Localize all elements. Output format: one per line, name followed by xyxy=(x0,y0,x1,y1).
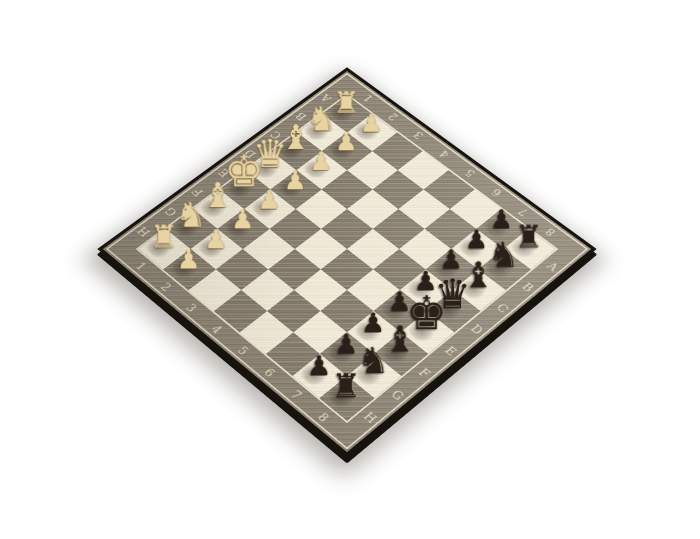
board-3d-tilt: 12345678 12345678 ABCDEFGH ABCDEFGH ♜♟♟♜… xyxy=(97,67,596,457)
black-knight-icon: ♞ xyxy=(357,343,390,379)
product-photo-background: 12345678 12345678 ABCDEFGH ABCDEFGH ♜♟♟♜… xyxy=(0,0,700,539)
square-h8[interactable]: ♜ xyxy=(320,376,375,421)
black-pawn-icon: ♟ xyxy=(334,330,358,357)
chess-board: 12345678 12345678 ABCDEFGH ABCDEFGH ♜♟♟♜… xyxy=(97,67,596,457)
chess-board-squares: ♜♟♟♜♞♟♟♞♝♟♟♝♛♟♟♛♚♟♟♚♝♟♟♝♞♟♟♞♜♟♟♜ xyxy=(138,96,555,421)
black-pawn-icon: ♟ xyxy=(361,309,385,336)
white-rook-icon: ♜ xyxy=(150,221,178,252)
white-pawn-icon: ♟ xyxy=(204,226,227,252)
white-pawn-icon: ♟ xyxy=(310,148,333,173)
black-rook-icon: ♜ xyxy=(332,369,361,402)
white-rook-icon: ♜ xyxy=(333,87,360,117)
black-pawn-icon: ♟ xyxy=(490,206,513,232)
white-pawn-icon: ♟ xyxy=(284,167,307,193)
white-pawn-icon: ♟ xyxy=(360,110,383,135)
white-bishop-icon: ♝ xyxy=(203,178,234,212)
black-pawn-icon: ♟ xyxy=(440,246,464,272)
white-pawn-icon: ♟ xyxy=(258,186,281,212)
white-pawn-icon: ♟ xyxy=(231,206,254,232)
black-pawn-icon: ♟ xyxy=(307,352,332,379)
black-pawn-icon: ♟ xyxy=(465,226,488,252)
white-pawn-icon: ♟ xyxy=(177,246,201,272)
white-knight-icon: ♞ xyxy=(176,197,207,232)
white-pawn-icon: ♟ xyxy=(335,129,358,154)
